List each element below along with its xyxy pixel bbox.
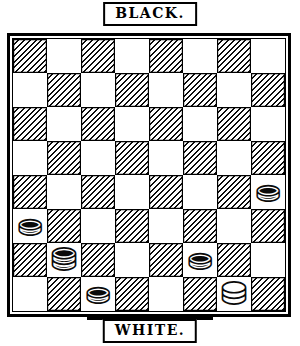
white-side-label: WHITE.: [103, 319, 197, 343]
square-r3c5: [149, 107, 183, 141]
square-r3c1: [13, 107, 47, 141]
square-r5c6: [183, 175, 217, 209]
square-r2c6: [183, 73, 217, 107]
square-r1c4: [115, 39, 149, 73]
square-r8c6: [183, 277, 217, 311]
square-r3c3: [81, 107, 115, 141]
square-r3c2: [47, 107, 81, 141]
square-r6c7: [217, 209, 251, 243]
black-side-label-text: BLACK.: [115, 5, 185, 21]
black-man-piece: ⛂: [17, 210, 43, 241]
square-r4c8: [251, 141, 285, 175]
square-r5c4: [115, 175, 149, 209]
square-r6c3: [81, 209, 115, 243]
square-r6c6: [183, 209, 217, 243]
square-r6c8: [251, 209, 285, 243]
square-r8c7: ⛁: [217, 277, 251, 311]
square-r1c5: [149, 39, 183, 73]
square-r7c6: ⛂: [183, 243, 217, 277]
square-r3c6: [183, 107, 217, 141]
square-r5c3: [81, 175, 115, 209]
square-r8c5: [149, 277, 183, 311]
book-diagram-page: BLACK. ⛂⛂⛃⛂⛂⛁ WHITE.: [0, 0, 300, 346]
square-r1c8: [251, 39, 285, 73]
square-r4c4: [115, 141, 149, 175]
square-r8c3: ⛂: [81, 277, 115, 311]
black-man-piece: ⛂: [255, 176, 281, 207]
square-r5c7: [217, 175, 251, 209]
square-r7c8: [251, 243, 285, 277]
square-r7c3: [81, 243, 115, 277]
square-r8c4: [115, 277, 149, 311]
square-r5c5: [149, 175, 183, 209]
square-r7c2: ⛃: [47, 243, 81, 277]
square-r6c1: ⛂: [13, 209, 47, 243]
square-r7c1: [13, 243, 47, 277]
square-r4c7: [217, 141, 251, 175]
square-r2c7: [217, 73, 251, 107]
square-r8c2: [47, 277, 81, 311]
square-r7c4: [115, 243, 149, 277]
board-frame: ⛂⛂⛃⛂⛂⛁: [7, 33, 291, 317]
square-r1c2: [47, 39, 81, 73]
square-r6c2: [47, 209, 81, 243]
square-r6c5: [149, 209, 183, 243]
square-r2c5: [149, 73, 183, 107]
square-r4c3: [81, 141, 115, 175]
square-r1c7: [217, 39, 251, 73]
board-inner-frame: ⛂⛂⛃⛂⛂⛁: [12, 38, 286, 312]
square-r5c2: [47, 175, 81, 209]
black-side-label: BLACK.: [103, 2, 197, 26]
square-r3c4: [115, 107, 149, 141]
square-r7c7: [217, 243, 251, 277]
square-r2c8: [251, 73, 285, 107]
square-r3c8: [251, 107, 285, 141]
square-r8c1: [13, 277, 47, 311]
square-r8c8: [251, 277, 285, 311]
square-r5c1: [13, 175, 47, 209]
square-r4c6: [183, 141, 217, 175]
square-r4c1: [13, 141, 47, 175]
black-king-piece: ⛃: [50, 243, 78, 276]
square-r2c1: [13, 73, 47, 107]
square-r1c3: [81, 39, 115, 73]
black-man-piece: ⛂: [85, 278, 111, 309]
square-r6c4: [115, 209, 149, 243]
white-side-label-text: WHITE.: [115, 322, 185, 338]
square-r2c3: [81, 73, 115, 107]
square-r3c7: [217, 107, 251, 141]
square-r7c5: [149, 243, 183, 277]
square-r4c2: [47, 141, 81, 175]
black-man-piece: ⛂: [187, 244, 213, 275]
square-r4c5: [149, 141, 183, 175]
square-r1c1: [13, 39, 47, 73]
square-r5c8: ⛂: [251, 175, 285, 209]
square-r2c2: [47, 73, 81, 107]
square-r2c4: [115, 73, 149, 107]
white-king-piece: ⛁: [220, 277, 248, 310]
square-r1c6: [183, 39, 217, 73]
checkers-board: ⛂⛂⛃⛂⛂⛁: [13, 39, 285, 311]
